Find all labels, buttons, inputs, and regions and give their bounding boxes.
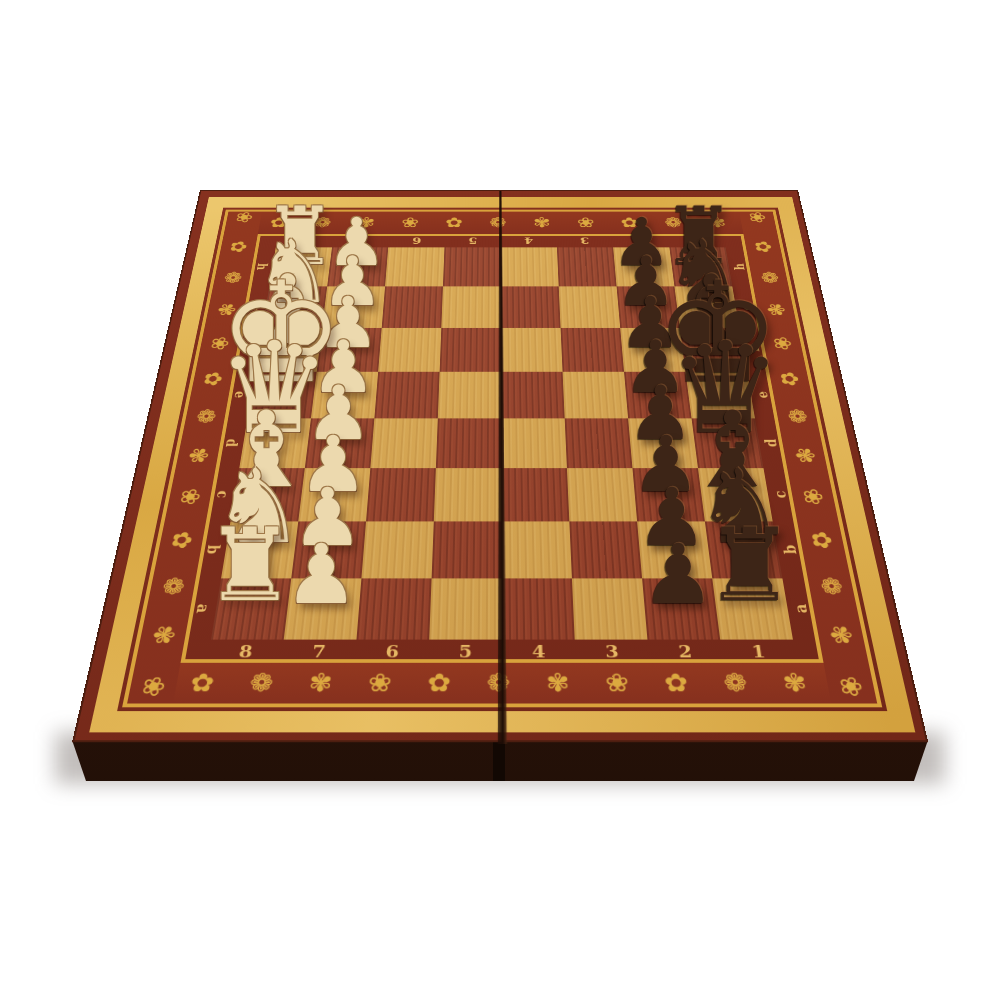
square-c4[interactable] bbox=[501, 468, 569, 521]
square-a3[interactable] bbox=[572, 578, 648, 639]
piece-white-pawn[interactable]: ♟ bbox=[284, 534, 358, 617]
square-g4[interactable] bbox=[501, 286, 561, 327]
piece-black-rook[interactable]: ♜ bbox=[704, 516, 794, 617]
square-d6[interactable] bbox=[370, 418, 437, 468]
chess-board: ❀ ✿ ❁ ✾ ❀ ✿ ❁ ✾ ❀ ✿ ❁ ✾ ❀ ✿ ❁ ✾ ❀ ✿ ❁ ✾ … bbox=[72, 190, 928, 742]
rank-label-7-front: 7 bbox=[311, 641, 326, 661]
square-f5[interactable] bbox=[440, 328, 501, 372]
square-b5[interactable] bbox=[432, 521, 502, 578]
chess-set-photo: ❀ ✿ ❁ ✾ ❀ ✿ ❁ ✾ ❀ ✿ ❁ ✾ ❀ ✿ ❁ ✾ ❀ ✿ ❁ ✾ … bbox=[0, 0, 1000, 1000]
rank-label-8-front: 8 bbox=[238, 641, 254, 661]
square-h3[interactable] bbox=[557, 247, 617, 286]
square-h6[interactable] bbox=[385, 247, 444, 286]
rank-label-2-front: 2 bbox=[677, 641, 693, 661]
square-g3[interactable] bbox=[559, 286, 620, 327]
square-a5[interactable] bbox=[429, 578, 502, 639]
square-b6[interactable] bbox=[361, 521, 433, 578]
square-g5[interactable] bbox=[441, 286, 501, 327]
rank-label-6-front: 6 bbox=[385, 641, 400, 661]
square-e6[interactable] bbox=[374, 372, 439, 419]
square-d5[interactable] bbox=[436, 418, 502, 468]
square-a4[interactable] bbox=[502, 578, 575, 639]
rank-label-3-back: 3 bbox=[580, 235, 590, 245]
square-g6[interactable] bbox=[382, 286, 443, 327]
square-h4[interactable] bbox=[501, 247, 559, 286]
square-c6[interactable] bbox=[366, 468, 436, 521]
rank-label-3-front: 3 bbox=[604, 641, 619, 661]
square-h5[interactable] bbox=[443, 247, 501, 286]
square-e5[interactable] bbox=[438, 372, 501, 419]
square-c3[interactable] bbox=[567, 468, 637, 521]
rank-label-5-back: 5 bbox=[468, 235, 477, 245]
rank-label-1-front: 1 bbox=[750, 641, 766, 661]
box-hinge-gap bbox=[493, 738, 505, 784]
square-a6[interactable] bbox=[356, 578, 431, 639]
square-d4[interactable] bbox=[501, 418, 567, 468]
square-e4[interactable] bbox=[501, 372, 565, 419]
square-f4[interactable] bbox=[501, 328, 563, 372]
piece-white-rook[interactable]: ♜ bbox=[205, 516, 295, 617]
square-f6[interactable] bbox=[378, 328, 441, 372]
square-e3[interactable] bbox=[563, 372, 629, 419]
rank-label-6-back: 6 bbox=[412, 235, 422, 245]
rank-label-4-front: 4 bbox=[532, 641, 546, 661]
square-b3[interactable] bbox=[569, 521, 642, 578]
rank-label-5-front: 5 bbox=[458, 641, 472, 661]
square-b4[interactable] bbox=[502, 521, 572, 578]
square-f3[interactable] bbox=[561, 328, 624, 372]
square-d3[interactable] bbox=[565, 418, 633, 468]
square-c5[interactable] bbox=[434, 468, 502, 521]
rank-label-4-back: 4 bbox=[524, 235, 533, 245]
